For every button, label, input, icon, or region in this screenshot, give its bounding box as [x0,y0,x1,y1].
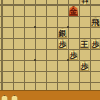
shogi-piece-3二[interactable]: 金 [69,6,78,16]
shogi-piece-1五[interactable]: 歩 [91,39,100,49]
shogi-piece-2一[interactable]: 桂 [80,0,89,5]
star-point [34,59,36,61]
shogi-piece-2七[interactable]: 歩 [80,61,89,71]
star-point [67,59,69,61]
shogi-app-viewport: 桂金飛銀歩王歩歩歩 [0,0,100,100]
captured-piece[interactable] [1,95,8,100]
captured-pieces-tray[interactable] [0,90,100,100]
star-point [34,26,36,28]
shogi-piece-2五[interactable]: 王 [80,39,89,49]
shogi-piece-4四[interactable]: 銀 [58,28,67,38]
captured-piece[interactable] [11,95,18,100]
shogi-piece-1三[interactable]: 飛 [91,17,100,27]
shogi-piece-3六[interactable]: 歩 [69,50,78,60]
star-point [67,26,69,28]
shogi-piece-4五[interactable]: 歩 [58,39,67,49]
shogi-board[interactable]: 桂金飛銀歩王歩歩歩 [0,0,100,100]
